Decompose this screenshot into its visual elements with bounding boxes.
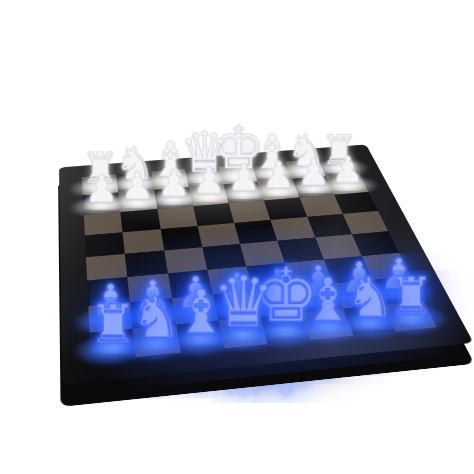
- piece-glyph: ♟: [331, 152, 364, 189]
- piece-glyph: ♟: [85, 170, 119, 208]
- piece-glyph: ♞: [131, 289, 182, 346]
- playing-area: ♜♜♞♞♝♝♛♛♚♚♝♝♞♞♜♜♟♟♟♟♟♟♟♟♟♟♟♟♟♟♟♟♟♟♟♟♟♟♟♟…: [82, 157, 437, 362]
- square-b5[interactable]: [123, 229, 164, 254]
- square-b6[interactable]: [121, 209, 161, 232]
- piece-glyph: ♜: [89, 297, 137, 350]
- square-a1[interactable]: ♜♜: [90, 328, 136, 361]
- square-g7[interactable]: ♟♟: [292, 176, 334, 197]
- square-c5[interactable]: [160, 226, 202, 251]
- piece-glyph: ♟: [121, 167, 155, 205]
- square-h7[interactable]: ♟♟: [326, 174, 369, 195]
- piece-glyph: ♟: [157, 165, 190, 202]
- perspective-wrapper: ♜♜♞♞♝♝♛♛♚♚♝♝♞♞♜♜♟♟♟♟♟♟♟♟♟♟♟♟♟♟♟♟♟♟♟♟♟♟♟♟…: [0, 0, 474, 474]
- square-a5[interactable]: [85, 232, 125, 257]
- square-d5[interactable]: [197, 223, 240, 247]
- piece-glyph: ♟: [262, 157, 295, 194]
- piece-glyph: ♟: [192, 162, 225, 199]
- chessboard: ♜♜♞♞♝♝♛♛♚♚♝♝♞♞♜♜♟♟♟♟♟♟♟♟♟♟♟♟♟♟♟♟♟♟♟♟♟♟♟♟…: [59, 145, 474, 385]
- square-c1[interactable]: ♝♝: [176, 320, 225, 352]
- square-d6[interactable]: [193, 203, 234, 226]
- piece-glyph: ♟: [227, 159, 260, 196]
- piece-glyph: ♟: [297, 154, 330, 191]
- square-a6[interactable]: [84, 212, 123, 236]
- square-f5[interactable]: [271, 217, 315, 241]
- product-photo-background: ♜♜♞♞♝♝♛♛♚♚♝♝♞♞♜♜♟♟♟♟♟♟♟♟♟♟♟♟♟♟♟♟♟♟♟♟♟♟♟♟…: [0, 0, 474, 474]
- square-g5[interactable]: [307, 214, 352, 238]
- square-h5[interactable]: [342, 211, 388, 234]
- square-b1[interactable]: ♞♞: [133, 324, 180, 357]
